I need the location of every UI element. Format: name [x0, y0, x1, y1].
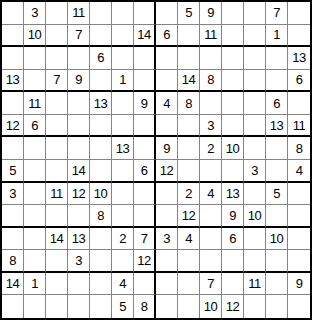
- cell-r4c11[interactable]: [222, 70, 244, 93]
- cell-r5c2[interactable]: 11: [24, 92, 46, 115]
- cell-r7c7[interactable]: [134, 137, 156, 160]
- cell-r5c4[interactable]: [68, 92, 90, 115]
- cell-r9c6[interactable]: [112, 183, 134, 206]
- cell-r11c13[interactable]: 10: [266, 228, 288, 251]
- cell-r1c9[interactable]: 5: [178, 2, 200, 25]
- cell-r9c3[interactable]: 11: [46, 183, 68, 206]
- cell-r3c6[interactable]: [112, 47, 134, 70]
- cell-r14c5[interactable]: [90, 295, 112, 318]
- cell-r2c7[interactable]: 14: [134, 25, 156, 48]
- cell-r7c13[interactable]: [266, 137, 288, 160]
- cell-r11c2[interactable]: [24, 228, 46, 251]
- cell-r2c10[interactable]: 11: [200, 25, 222, 48]
- cell-r10c14[interactable]: [288, 205, 310, 228]
- cell-r10c9[interactable]: 12: [178, 205, 200, 228]
- cell-r12c3[interactable]: [46, 250, 68, 273]
- cell-r3c11[interactable]: [222, 47, 244, 70]
- cell-r6c12[interactable]: [244, 115, 266, 138]
- cell-r7c9[interactable]: [178, 137, 200, 160]
- cell-r12c9[interactable]: [178, 250, 200, 273]
- cell-r11c6[interactable]: 2: [112, 228, 134, 251]
- cell-r12c6[interactable]: [112, 250, 134, 273]
- cell-r11c4[interactable]: 13: [68, 228, 90, 251]
- cell-r1c3[interactable]: [46, 2, 68, 25]
- cell-r14c10[interactable]: 10: [200, 295, 222, 318]
- cell-r8c3[interactable]: [46, 160, 68, 183]
- cell-r14c11[interactable]: 12: [222, 295, 244, 318]
- cell-r6c3[interactable]: [46, 115, 68, 138]
- cell-r4c2[interactable]: [24, 70, 46, 93]
- cell-r1c10[interactable]: 9: [200, 2, 222, 25]
- cell-r1c11[interactable]: [222, 2, 244, 25]
- cell-r2c5[interactable]: [90, 25, 112, 48]
- cell-r4c13[interactable]: [266, 70, 288, 93]
- cell-r5c9[interactable]: 8: [178, 92, 200, 115]
- cell-r12c14[interactable]: [288, 250, 310, 273]
- cell-r1c5[interactable]: [90, 2, 112, 25]
- cell-r10c2[interactable]: [24, 205, 46, 228]
- cell-r12c1[interactable]: 8: [2, 250, 24, 273]
- cell-r5c1[interactable]: [2, 92, 24, 115]
- cell-r4c7[interactable]: [134, 70, 156, 93]
- cell-r6c2[interactable]: 6: [24, 115, 46, 138]
- cell-r13c10[interactable]: 7: [200, 273, 222, 296]
- cell-r13c9[interactable]: [178, 273, 200, 296]
- cell-r11c14[interactable]: [288, 228, 310, 251]
- cell-r10c10[interactable]: [200, 205, 222, 228]
- cell-r2c11[interactable]: [222, 25, 244, 48]
- sudoku-board: 3115971071461116131379114861113948612631…: [0, 0, 312, 320]
- cell-r2c3[interactable]: [46, 25, 68, 48]
- cell-r12c5[interactable]: [90, 250, 112, 273]
- cell-r1c12[interactable]: [244, 2, 266, 25]
- cell-r5c14[interactable]: [288, 92, 310, 115]
- cell-r11c11[interactable]: 6: [222, 228, 244, 251]
- cell-r13c6[interactable]: 4: [112, 273, 134, 296]
- cell-r10c5[interactable]: 8: [90, 205, 112, 228]
- cell-r6c4[interactable]: [68, 115, 90, 138]
- cell-r9c12[interactable]: [244, 183, 266, 206]
- cell-r11c3[interactable]: 14: [46, 228, 68, 251]
- cell-r13c12[interactable]: 11: [244, 273, 266, 296]
- cell-r9c11[interactable]: 13: [222, 183, 244, 206]
- cell-r2c13[interactable]: 1: [266, 25, 288, 48]
- cell-r3c5[interactable]: 6: [90, 47, 112, 70]
- cell-r8c1[interactable]: 5: [2, 160, 24, 183]
- cell-r14c13[interactable]: [266, 295, 288, 318]
- cell-r8c4[interactable]: 14: [68, 160, 90, 183]
- cell-r6c5[interactable]: [90, 115, 112, 138]
- cell-r8c7[interactable]: 6: [134, 160, 156, 183]
- cell-r4c5[interactable]: [90, 70, 112, 93]
- cell-r4c12[interactable]: [244, 70, 266, 93]
- cell-r2c8[interactable]: 6: [156, 25, 178, 48]
- cell-r9c9[interactable]: 2: [178, 183, 200, 206]
- cell-r8c13[interactable]: [266, 160, 288, 183]
- cell-r4c9[interactable]: 14: [178, 70, 200, 93]
- cell-r6c13[interactable]: 13: [266, 115, 288, 138]
- cell-r3c12[interactable]: [244, 47, 266, 70]
- cell-r5c10[interactable]: [200, 92, 222, 115]
- cell-r4c10[interactable]: 8: [200, 70, 222, 93]
- cell-r6c6[interactable]: [112, 115, 134, 138]
- cell-r1c6[interactable]: [112, 2, 134, 25]
- cell-r11c9[interactable]: 4: [178, 228, 200, 251]
- cell-r10c4[interactable]: [68, 205, 90, 228]
- cell-r13c5[interactable]: [90, 273, 112, 296]
- cell-r13c7[interactable]: [134, 273, 156, 296]
- cell-r12c4[interactable]: 3: [68, 250, 90, 273]
- cell-r8c8[interactable]: 12: [156, 160, 178, 183]
- cell-r1c1[interactable]: [2, 2, 24, 25]
- cell-r3c7[interactable]: [134, 47, 156, 70]
- cell-r3c1[interactable]: [2, 47, 24, 70]
- cell-r9c4[interactable]: 12: [68, 183, 90, 206]
- cell-r4c4[interactable]: 9: [68, 70, 90, 93]
- cell-r14c2[interactable]: [24, 295, 46, 318]
- cell-r2c6[interactable]: [112, 25, 134, 48]
- cell-r8c10[interactable]: [200, 160, 222, 183]
- cell-r14c4[interactable]: [68, 295, 90, 318]
- cell-r3c8[interactable]: [156, 47, 178, 70]
- cell-r12c10[interactable]: [200, 250, 222, 273]
- cell-r12c8[interactable]: [156, 250, 178, 273]
- cell-r14c14[interactable]: [288, 295, 310, 318]
- cell-r12c12[interactable]: [244, 250, 266, 273]
- cell-r3c3[interactable]: [46, 47, 68, 70]
- cell-r3c9[interactable]: [178, 47, 200, 70]
- cell-r2c12[interactable]: [244, 25, 266, 48]
- cell-r5c13[interactable]: 6: [266, 92, 288, 115]
- cell-r7c1[interactable]: [2, 137, 24, 160]
- cell-r12c11[interactable]: [222, 250, 244, 273]
- cell-r13c2[interactable]: 1: [24, 273, 46, 296]
- cell-r9c14[interactable]: [288, 183, 310, 206]
- cell-r1c7[interactable]: [134, 2, 156, 25]
- cell-r11c10[interactable]: [200, 228, 222, 251]
- cell-r7c14[interactable]: 8: [288, 137, 310, 160]
- cell-r7c11[interactable]: 10: [222, 137, 244, 160]
- cell-r13c13[interactable]: [266, 273, 288, 296]
- cell-r7c12[interactable]: [244, 137, 266, 160]
- cell-r6c11[interactable]: [222, 115, 244, 138]
- cell-r14c3[interactable]: [46, 295, 68, 318]
- cell-r6c14[interactable]: 11: [288, 115, 310, 138]
- cell-r13c1[interactable]: 14: [2, 273, 24, 296]
- cell-r9c1[interactable]: 3: [2, 183, 24, 206]
- cell-r3c4[interactable]: [68, 47, 90, 70]
- cell-r4c14[interactable]: 6: [288, 70, 310, 93]
- cell-r10c6[interactable]: [112, 205, 134, 228]
- cell-r8c12[interactable]: 3: [244, 160, 266, 183]
- cell-r1c4[interactable]: 11: [68, 2, 90, 25]
- cell-r1c13[interactable]: 7: [266, 2, 288, 25]
- cell-r6c9[interactable]: [178, 115, 200, 138]
- cell-r12c13[interactable]: [266, 250, 288, 273]
- cell-r7c8[interactable]: 9: [156, 137, 178, 160]
- cell-r2c4[interactable]: 7: [68, 25, 90, 48]
- cell-r5c5[interactable]: 13: [90, 92, 112, 115]
- cell-r9c7[interactable]: [134, 183, 156, 206]
- cell-r6c7[interactable]: [134, 115, 156, 138]
- cell-r10c11[interactable]: 9: [222, 205, 244, 228]
- cell-r14c7[interactable]: 8: [134, 295, 156, 318]
- cell-r13c4[interactable]: [68, 273, 90, 296]
- cell-r13c14[interactable]: 9: [288, 273, 310, 296]
- cell-r3c14[interactable]: 13: [288, 47, 310, 70]
- cell-r10c3[interactable]: [46, 205, 68, 228]
- cell-r5c8[interactable]: 4: [156, 92, 178, 115]
- cell-r9c8[interactable]: [156, 183, 178, 206]
- cell-r6c8[interactable]: [156, 115, 178, 138]
- cell-r13c3[interactable]: [46, 273, 68, 296]
- cell-r2c1[interactable]: [2, 25, 24, 48]
- cell-r8c14[interactable]: 4: [288, 160, 310, 183]
- cell-r5c6[interactable]: [112, 92, 134, 115]
- cell-r11c7[interactable]: 7: [134, 228, 156, 251]
- cell-r8c2[interactable]: [24, 160, 46, 183]
- cell-r10c12[interactable]: 10: [244, 205, 266, 228]
- cell-r1c8[interactable]: [156, 2, 178, 25]
- cell-r9c2[interactable]: [24, 183, 46, 206]
- cell-r14c6[interactable]: 5: [112, 295, 134, 318]
- cell-r9c5[interactable]: 10: [90, 183, 112, 206]
- cell-r7c3[interactable]: [46, 137, 68, 160]
- cell-r13c8[interactable]: [156, 273, 178, 296]
- cell-r10c8[interactable]: [156, 205, 178, 228]
- cell-r12c7[interactable]: 12: [134, 250, 156, 273]
- cell-r12c2[interactable]: [24, 250, 46, 273]
- cell-r14c8[interactable]: [156, 295, 178, 318]
- cell-r10c7[interactable]: [134, 205, 156, 228]
- cell-r2c14[interactable]: [288, 25, 310, 48]
- cell-r11c5[interactable]: [90, 228, 112, 251]
- cell-r14c12[interactable]: [244, 295, 266, 318]
- cell-r4c3[interactable]: 7: [46, 70, 68, 93]
- cell-r7c5[interactable]: [90, 137, 112, 160]
- cell-r7c10[interactable]: 2: [200, 137, 222, 160]
- cell-r11c1[interactable]: [2, 228, 24, 251]
- cell-r4c1[interactable]: 13: [2, 70, 24, 93]
- cell-r6c1[interactable]: 12: [2, 115, 24, 138]
- cell-r5c3[interactable]: [46, 92, 68, 115]
- cell-r4c8[interactable]: [156, 70, 178, 93]
- cell-r2c9[interactable]: [178, 25, 200, 48]
- cell-r3c2[interactable]: [24, 47, 46, 70]
- cell-r8c9[interactable]: [178, 160, 200, 183]
- cell-r7c2[interactable]: [24, 137, 46, 160]
- cell-r7c4[interactable]: [68, 137, 90, 160]
- cell-r8c5[interactable]: [90, 160, 112, 183]
- cell-r5c12[interactable]: [244, 92, 266, 115]
- cell-r1c14[interactable]: [288, 2, 310, 25]
- cell-r14c1[interactable]: [2, 295, 24, 318]
- cell-r10c1[interactable]: [2, 205, 24, 228]
- cell-r5c11[interactable]: [222, 92, 244, 115]
- cell-r8c6[interactable]: [112, 160, 134, 183]
- cell-r9c13[interactable]: 5: [266, 183, 288, 206]
- cell-r8c11[interactable]: [222, 160, 244, 183]
- cell-r1c2[interactable]: 3: [24, 2, 46, 25]
- cell-r11c8[interactable]: 3: [156, 228, 178, 251]
- cell-r7c6[interactable]: 13: [112, 137, 134, 160]
- cell-r13c11[interactable]: [222, 273, 244, 296]
- cell-r11c12[interactable]: [244, 228, 266, 251]
- cell-r10c13[interactable]: [266, 205, 288, 228]
- cell-r9c10[interactable]: 4: [200, 183, 222, 206]
- cell-r6c10[interactable]: 3: [200, 115, 222, 138]
- cell-r5c7[interactable]: 9: [134, 92, 156, 115]
- cell-r3c13[interactable]: [266, 47, 288, 70]
- cell-r4c6[interactable]: 1: [112, 70, 134, 93]
- cell-r2c2[interactable]: 10: [24, 25, 46, 48]
- cell-r3c10[interactable]: [200, 47, 222, 70]
- cell-r14c9[interactable]: [178, 295, 200, 318]
